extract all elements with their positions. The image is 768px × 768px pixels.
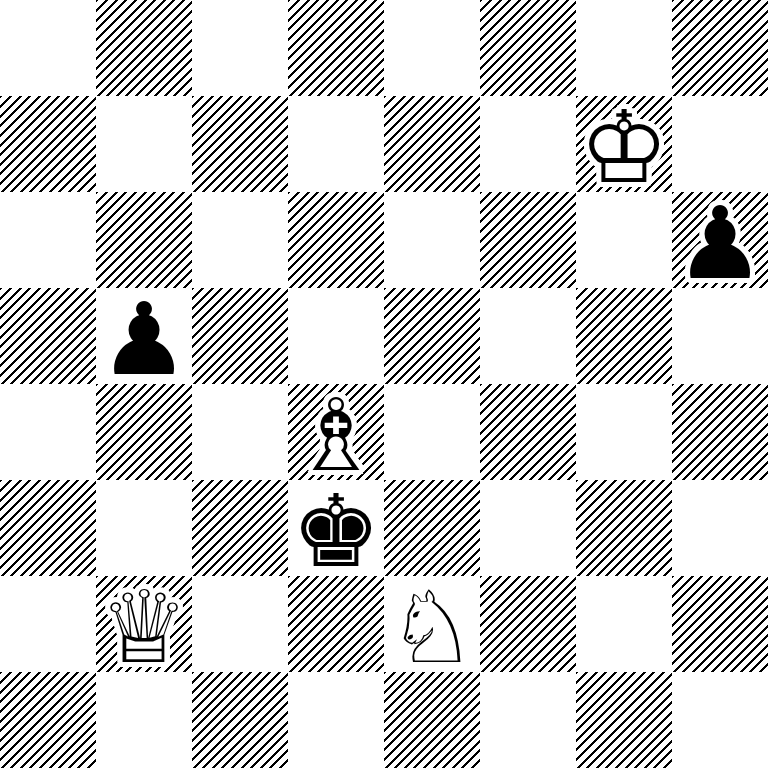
- square-b6[interactable]: [96, 192, 192, 288]
- square-h7[interactable]: [672, 96, 768, 192]
- white-king-outline-glyph: ♔: [576, 100, 672, 196]
- square-e6[interactable]: [384, 192, 480, 288]
- square-f4[interactable]: [480, 384, 576, 480]
- black-pawn-fill-glyph: ♟: [96, 292, 192, 388]
- square-a3[interactable]: [0, 480, 96, 576]
- square-d4[interactable]: ♝♗: [288, 384, 384, 480]
- square-c5[interactable]: [192, 288, 288, 384]
- square-g5[interactable]: [576, 288, 672, 384]
- piece-black-pawn[interactable]: ♟: [672, 192, 768, 288]
- square-g3[interactable]: [576, 480, 672, 576]
- square-h1[interactable]: [672, 672, 768, 768]
- square-e8[interactable]: [384, 0, 480, 96]
- square-d8[interactable]: [288, 0, 384, 96]
- square-f5[interactable]: [480, 288, 576, 384]
- square-f2[interactable]: [480, 576, 576, 672]
- square-b7[interactable]: [96, 96, 192, 192]
- square-f8[interactable]: [480, 0, 576, 96]
- square-a1[interactable]: [0, 672, 96, 768]
- square-h4[interactable]: [672, 384, 768, 480]
- square-f6[interactable]: [480, 192, 576, 288]
- square-d1[interactable]: [288, 672, 384, 768]
- square-e7[interactable]: [384, 96, 480, 192]
- square-f3[interactable]: [480, 480, 576, 576]
- piece-white-bishop[interactable]: ♝♗: [288, 384, 384, 480]
- white-bishop-outline-glyph: ♗: [288, 388, 384, 484]
- square-c7[interactable]: [192, 96, 288, 192]
- square-c8[interactable]: [192, 0, 288, 96]
- square-e1[interactable]: [384, 672, 480, 768]
- piece-black-pawn[interactable]: ♟: [96, 288, 192, 384]
- square-d7[interactable]: [288, 96, 384, 192]
- square-c1[interactable]: [192, 672, 288, 768]
- square-a2[interactable]: [0, 576, 96, 672]
- square-e2[interactable]: ♞♘: [384, 576, 480, 672]
- piece-white-king[interactable]: ♚♔: [576, 96, 672, 192]
- square-c4[interactable]: [192, 384, 288, 480]
- black-king-fill-glyph: ♚: [288, 484, 384, 580]
- piece-black-king[interactable]: ♚: [288, 480, 384, 576]
- square-b4[interactable]: [96, 384, 192, 480]
- square-b1[interactable]: [96, 672, 192, 768]
- square-f7[interactable]: [480, 96, 576, 192]
- white-knight-outline-glyph: ♘: [384, 580, 480, 676]
- square-c3[interactable]: [192, 480, 288, 576]
- square-d3[interactable]: ♚: [288, 480, 384, 576]
- square-h6[interactable]: ♟: [672, 192, 768, 288]
- square-e5[interactable]: [384, 288, 480, 384]
- square-c2[interactable]: [192, 576, 288, 672]
- square-f1[interactable]: [480, 672, 576, 768]
- square-g4[interactable]: [576, 384, 672, 480]
- square-d2[interactable]: [288, 576, 384, 672]
- square-a5[interactable]: [0, 288, 96, 384]
- square-d6[interactable]: [288, 192, 384, 288]
- square-c6[interactable]: [192, 192, 288, 288]
- chess-board: ♚♔♟♟♝♗♚♛♕♞♘: [0, 0, 768, 768]
- square-a7[interactable]: [0, 96, 96, 192]
- black-pawn-fill-glyph: ♟: [672, 196, 768, 292]
- square-a6[interactable]: [0, 192, 96, 288]
- square-a4[interactable]: [0, 384, 96, 480]
- piece-white-knight[interactable]: ♞♘: [384, 576, 480, 672]
- square-d5[interactable]: [288, 288, 384, 384]
- square-b3[interactable]: [96, 480, 192, 576]
- square-g6[interactable]: [576, 192, 672, 288]
- white-queen-outline-glyph: ♕: [96, 580, 192, 676]
- square-g1[interactable]: [576, 672, 672, 768]
- square-b8[interactable]: [96, 0, 192, 96]
- square-g7[interactable]: ♚♔: [576, 96, 672, 192]
- square-h3[interactable]: [672, 480, 768, 576]
- square-b5[interactable]: ♟: [96, 288, 192, 384]
- square-b2[interactable]: ♛♕: [96, 576, 192, 672]
- square-e3[interactable]: [384, 480, 480, 576]
- square-h5[interactable]: [672, 288, 768, 384]
- square-e4[interactable]: [384, 384, 480, 480]
- piece-white-queen[interactable]: ♛♕: [96, 576, 192, 672]
- square-h8[interactable]: [672, 0, 768, 96]
- square-h2[interactable]: [672, 576, 768, 672]
- square-a8[interactable]: [0, 0, 96, 96]
- square-g2[interactable]: [576, 576, 672, 672]
- square-g8[interactable]: [576, 0, 672, 96]
